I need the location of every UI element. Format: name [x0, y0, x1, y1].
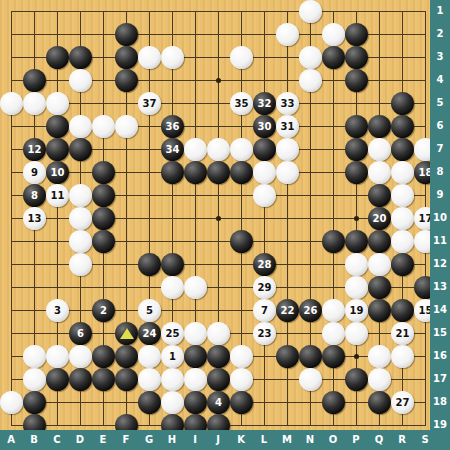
stone-white-C14[interactable]: 3	[46, 299, 69, 322]
stone-white-D10[interactable]	[69, 207, 92, 230]
stone-black-G18[interactable]	[138, 391, 161, 414]
stone-white-F6[interactable]	[115, 115, 138, 138]
column-label: J	[208, 430, 228, 450]
stone-white-Q12[interactable]	[368, 253, 391, 276]
stone-white-N4[interactable]	[299, 69, 322, 92]
stone-black-O11[interactable]	[322, 230, 345, 253]
star-point	[354, 354, 359, 359]
stone-black-B7[interactable]: 12	[23, 138, 46, 161]
stone-white-Q8[interactable]	[368, 161, 391, 184]
stone-black-C3[interactable]	[46, 46, 69, 69]
column-label: P	[346, 430, 366, 450]
stone-white-K5[interactable]: 35	[230, 92, 253, 115]
stone-white-R15[interactable]: 21	[391, 322, 414, 345]
column-label: B	[24, 430, 44, 450]
stone-black-E10[interactable]	[92, 207, 115, 230]
stone-black-C17[interactable]	[46, 368, 69, 391]
stone-white-D4[interactable]	[69, 69, 92, 92]
stone-black-M16[interactable]	[276, 345, 299, 368]
stone-black-O16[interactable]	[322, 345, 345, 368]
stone-white-D12[interactable]	[69, 253, 92, 276]
row-label: 18	[430, 392, 450, 412]
row-label: 7	[430, 139, 450, 159]
stone-white-H18[interactable]	[161, 391, 184, 414]
stone-black-R5[interactable]	[391, 92, 414, 115]
column-label: K	[231, 430, 251, 450]
stone-black-P8[interactable]	[345, 161, 368, 184]
stone-white-O2[interactable]	[322, 23, 345, 46]
stone-white-L15[interactable]: 23	[253, 322, 276, 345]
stone-black-Q14[interactable]	[368, 299, 391, 322]
row-label: 6	[430, 116, 450, 136]
stone-black-P3[interactable]	[345, 46, 368, 69]
stone-black-E16[interactable]	[92, 345, 115, 368]
stone-black-D15[interactable]: 6	[69, 322, 92, 345]
stone-white-P14[interactable]: 19	[345, 299, 368, 322]
stone-white-I17[interactable]	[184, 368, 207, 391]
stone-white-R10[interactable]	[391, 207, 414, 230]
row-label: 15	[430, 323, 450, 343]
stone-white-Q7[interactable]	[368, 138, 391, 161]
stone-white-N17[interactable]	[299, 368, 322, 391]
row-label: 3	[430, 47, 450, 67]
stone-white-A5[interactable]	[0, 92, 23, 115]
stone-white-I15[interactable]	[184, 322, 207, 345]
stone-black-I8[interactable]	[184, 161, 207, 184]
row-label: 11	[430, 231, 450, 251]
stone-black-P4[interactable]	[345, 69, 368, 92]
stone-black-L7[interactable]	[253, 138, 276, 161]
stone-white-G17[interactable]	[138, 368, 161, 391]
row-label: 1	[430, 1, 450, 21]
stone-white-P13[interactable]	[345, 276, 368, 299]
stone-white-G3[interactable]	[138, 46, 161, 69]
stone-white-R9[interactable]	[391, 184, 414, 207]
stone-white-D6[interactable]	[69, 115, 92, 138]
stone-black-K11[interactable]	[230, 230, 253, 253]
stone-black-H8[interactable]	[161, 161, 184, 184]
stone-white-L9[interactable]	[253, 184, 276, 207]
stone-black-Q10[interactable]: 20	[368, 207, 391, 230]
column-label: S	[415, 430, 435, 450]
stone-white-B8[interactable]: 9	[23, 161, 46, 184]
stone-white-I7[interactable]	[184, 138, 207, 161]
row-label: 2	[430, 24, 450, 44]
stone-white-K7[interactable]	[230, 138, 253, 161]
column-label: M	[277, 430, 297, 450]
stone-white-B5[interactable]	[23, 92, 46, 115]
stone-black-R12[interactable]	[391, 253, 414, 276]
stone-black-K8[interactable]	[230, 161, 253, 184]
stone-black-C7[interactable]	[46, 138, 69, 161]
stone-white-H15[interactable]: 25	[161, 322, 184, 345]
stone-black-O3[interactable]	[322, 46, 345, 69]
stone-white-M7[interactable]	[276, 138, 299, 161]
stone-white-M6[interactable]: 31	[276, 115, 299, 138]
column-label: H	[162, 430, 182, 450]
column-label: F	[116, 430, 136, 450]
star-point	[216, 216, 221, 221]
row-label: 17	[430, 369, 450, 389]
stone-black-F17[interactable]	[115, 368, 138, 391]
stone-black-D3[interactable]	[69, 46, 92, 69]
stone-white-J7[interactable]	[207, 138, 230, 161]
stone-black-D17[interactable]	[69, 368, 92, 391]
stone-white-E6[interactable]	[92, 115, 115, 138]
stone-white-I13[interactable]	[184, 276, 207, 299]
stone-black-I16[interactable]	[184, 345, 207, 368]
stone-white-G16[interactable]	[138, 345, 161, 368]
column-label: G	[139, 430, 159, 450]
stone-white-D9[interactable]	[69, 184, 92, 207]
bottom-coordinate-strip: ABCDEFGHIJKLMNOPQRS	[0, 430, 450, 450]
stone-white-Q17[interactable]	[368, 368, 391, 391]
stone-black-P11[interactable]	[345, 230, 368, 253]
stone-white-K3[interactable]	[230, 46, 253, 69]
stone-black-H6[interactable]: 36	[161, 115, 184, 138]
stone-white-G5[interactable]: 37	[138, 92, 161, 115]
stone-white-D16[interactable]	[69, 345, 92, 368]
stone-white-L14[interactable]: 7	[253, 299, 276, 322]
stone-white-G14[interactable]: 5	[138, 299, 161, 322]
stone-white-R16[interactable]	[391, 345, 414, 368]
stone-black-Q11[interactable]	[368, 230, 391, 253]
row-label: 14	[430, 300, 450, 320]
row-label: 10	[430, 208, 450, 228]
stone-white-A18[interactable]	[0, 391, 23, 414]
stone-white-P12[interactable]	[345, 253, 368, 276]
stone-black-P6[interactable]	[345, 115, 368, 138]
grid-line-vertical	[264, 11, 265, 426]
stone-white-B10[interactable]: 13	[23, 207, 46, 230]
stone-white-L8[interactable]	[253, 161, 276, 184]
stone-black-R7[interactable]	[391, 138, 414, 161]
stone-black-I18[interactable]	[184, 391, 207, 414]
stone-black-R6[interactable]	[391, 115, 414, 138]
stone-white-R8[interactable]	[391, 161, 414, 184]
stone-white-L13[interactable]: 29	[253, 276, 276, 299]
triangle-marker-icon	[120, 328, 134, 339]
star-point	[216, 78, 221, 83]
right-coordinate-strip: 12345678910111213141516171819	[430, 0, 450, 430]
stone-black-Q6[interactable]	[368, 115, 391, 138]
stone-black-P17[interactable]	[345, 368, 368, 391]
stone-black-L6[interactable]: 30	[253, 115, 276, 138]
stone-black-F4[interactable]	[115, 69, 138, 92]
column-label: O	[323, 430, 343, 450]
stone-white-D11[interactable]	[69, 230, 92, 253]
stone-black-K18[interactable]	[230, 391, 253, 414]
stone-black-P7[interactable]	[345, 138, 368, 161]
stone-black-P2[interactable]	[345, 23, 368, 46]
stone-white-B16[interactable]	[23, 345, 46, 368]
stone-black-H12[interactable]	[161, 253, 184, 276]
stone-white-H13[interactable]	[161, 276, 184, 299]
stone-black-E11[interactable]	[92, 230, 115, 253]
stone-white-Q16[interactable]	[368, 345, 391, 368]
row-label: 9	[430, 185, 450, 205]
stone-black-E9[interactable]	[92, 184, 115, 207]
stone-black-O18[interactable]	[322, 391, 345, 414]
stone-white-K17[interactable]	[230, 368, 253, 391]
stone-black-Q9[interactable]	[368, 184, 391, 207]
stone-white-M5[interactable]: 33	[276, 92, 299, 115]
stone-black-B18[interactable]	[23, 391, 46, 414]
stone-black-C6[interactable]	[46, 115, 69, 138]
stone-black-F16[interactable]	[115, 345, 138, 368]
stone-black-N16[interactable]	[299, 345, 322, 368]
stone-white-P15[interactable]	[345, 322, 368, 345]
stone-black-J16[interactable]	[207, 345, 230, 368]
stone-white-H16[interactable]: 1	[161, 345, 184, 368]
column-label: A	[1, 430, 21, 450]
go-board[interactable]: 3735323336303112349101881113201728293257…	[0, 0, 450, 450]
stone-black-B9[interactable]: 8	[23, 184, 46, 207]
stone-black-C8[interactable]: 10	[46, 161, 69, 184]
stone-black-E8[interactable]	[92, 161, 115, 184]
stone-black-B4[interactable]	[23, 69, 46, 92]
row-label: 4	[430, 70, 450, 90]
stone-black-L5[interactable]: 32	[253, 92, 276, 115]
stone-white-K16[interactable]	[230, 345, 253, 368]
stone-black-J18[interactable]: 4	[207, 391, 230, 414]
row-label: 12	[430, 254, 450, 274]
stone-white-C9[interactable]: 11	[46, 184, 69, 207]
stone-black-R14[interactable]	[391, 299, 414, 322]
column-label: Q	[369, 430, 389, 450]
stone-black-G15[interactable]: 24	[138, 322, 161, 345]
row-label: 5	[430, 93, 450, 113]
stone-white-H3[interactable]	[161, 46, 184, 69]
stone-black-J8[interactable]	[207, 161, 230, 184]
stone-white-R11[interactable]	[391, 230, 414, 253]
stone-white-O14[interactable]	[322, 299, 345, 322]
column-label: R	[392, 430, 412, 450]
stone-white-H17[interactable]	[161, 368, 184, 391]
stone-white-R18[interactable]: 27	[391, 391, 414, 414]
stone-black-E17[interactable]	[92, 368, 115, 391]
stone-black-D7[interactable]	[69, 138, 92, 161]
column-label: D	[70, 430, 90, 450]
stone-white-M8[interactable]	[276, 161, 299, 184]
stone-black-G12[interactable]	[138, 253, 161, 276]
star-point	[354, 216, 359, 221]
column-label: L	[254, 430, 274, 450]
stone-white-J15[interactable]	[207, 322, 230, 345]
stone-white-B17[interactable]	[23, 368, 46, 391]
stone-white-C5[interactable]	[46, 92, 69, 115]
row-label: 16	[430, 346, 450, 366]
row-label: 13	[430, 277, 450, 297]
stone-black-Q18[interactable]	[368, 391, 391, 414]
stone-white-N3[interactable]	[299, 46, 322, 69]
stone-black-J17[interactable]	[207, 368, 230, 391]
stone-black-Q13[interactable]	[368, 276, 391, 299]
stone-white-N1[interactable]	[299, 0, 322, 23]
column-label: E	[93, 430, 113, 450]
go-board-diagram: 3735323336303112349101881113201728293257…	[0, 0, 450, 450]
column-label: I	[185, 430, 205, 450]
stone-black-L12[interactable]: 28	[253, 253, 276, 276]
stone-black-F15[interactable]	[115, 322, 138, 345]
stone-black-E14[interactable]: 2	[92, 299, 115, 322]
column-label: C	[47, 430, 67, 450]
stone-black-F2[interactable]	[115, 23, 138, 46]
stone-white-O15[interactable]	[322, 322, 345, 345]
stone-black-H7[interactable]: 34	[161, 138, 184, 161]
column-label: N	[300, 430, 320, 450]
row-label: 8	[430, 162, 450, 182]
stone-white-C16[interactable]	[46, 345, 69, 368]
stone-black-M14[interactable]: 22	[276, 299, 299, 322]
stone-white-M2[interactable]	[276, 23, 299, 46]
stone-black-N14[interactable]: 26	[299, 299, 322, 322]
stone-black-F3[interactable]	[115, 46, 138, 69]
